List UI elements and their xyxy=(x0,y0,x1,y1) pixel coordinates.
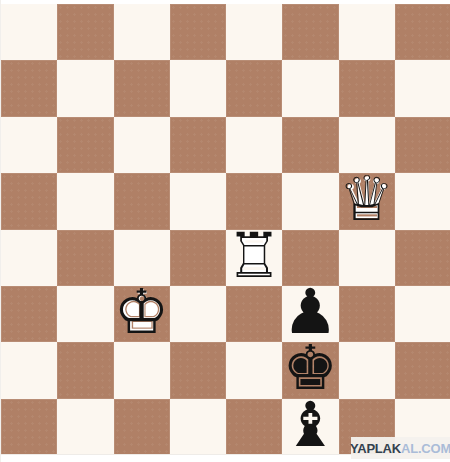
square-h3 xyxy=(395,286,450,342)
square-h6 xyxy=(395,117,450,173)
square-c1 xyxy=(114,399,170,455)
square-h7 xyxy=(395,60,450,116)
white-queen: ♛♕ xyxy=(339,173,395,229)
square-c6 xyxy=(114,117,170,173)
square-e1 xyxy=(226,399,282,455)
square-b2 xyxy=(57,342,113,398)
square-h8 xyxy=(395,4,450,60)
white-king: ♚♔ xyxy=(114,286,170,342)
square-c5 xyxy=(114,173,170,229)
square-g3 xyxy=(339,286,395,342)
square-g2 xyxy=(339,342,395,398)
square-a1 xyxy=(1,399,57,455)
watermark-text-light: AL.COM xyxy=(401,441,450,456)
square-e8 xyxy=(226,4,282,60)
square-c7 xyxy=(114,60,170,116)
square-e7 xyxy=(226,60,282,116)
square-c3: ♚♔ xyxy=(114,286,170,342)
square-e2 xyxy=(226,342,282,398)
square-c8 xyxy=(114,4,170,60)
square-b1 xyxy=(57,399,113,455)
square-d5 xyxy=(170,173,226,229)
square-f7 xyxy=(282,60,338,116)
square-g8 xyxy=(339,4,395,60)
square-f1: ♝ xyxy=(282,399,338,455)
square-a4 xyxy=(1,230,57,286)
chess-board: ♛♕♜♖♚♔♟♚♝ xyxy=(1,4,450,455)
square-b4 xyxy=(57,230,113,286)
square-b5 xyxy=(57,173,113,229)
square-b3 xyxy=(57,286,113,342)
square-g4 xyxy=(339,230,395,286)
chess-diagram: ♛♕♜♖♚♔♟♚♝ YAPLAKAL.COM xyxy=(0,0,450,462)
square-h5 xyxy=(395,173,450,229)
square-d6 xyxy=(170,117,226,173)
square-d1 xyxy=(170,399,226,455)
square-d3 xyxy=(170,286,226,342)
square-d7 xyxy=(170,60,226,116)
square-e6 xyxy=(226,117,282,173)
square-a8 xyxy=(1,4,57,60)
square-f8 xyxy=(282,4,338,60)
square-g5: ♛♕ xyxy=(339,173,395,229)
watermark-text-dark: YAPLAK xyxy=(350,441,401,456)
square-d8 xyxy=(170,4,226,60)
square-a5 xyxy=(1,173,57,229)
square-f5 xyxy=(282,173,338,229)
square-a7 xyxy=(1,60,57,116)
square-b6 xyxy=(57,117,113,173)
square-e3 xyxy=(226,286,282,342)
square-b7 xyxy=(57,60,113,116)
square-f6 xyxy=(282,117,338,173)
square-e4: ♜♖ xyxy=(226,230,282,286)
square-b8 xyxy=(57,4,113,60)
white-rook: ♜♖ xyxy=(226,230,282,286)
square-a2 xyxy=(1,342,57,398)
square-d2 xyxy=(170,342,226,398)
square-c2 xyxy=(114,342,170,398)
square-a6 xyxy=(1,117,57,173)
square-g7 xyxy=(339,60,395,116)
square-h2 xyxy=(395,342,450,398)
square-h4 xyxy=(395,230,450,286)
black-bishop: ♝ xyxy=(282,399,338,455)
square-d4 xyxy=(170,230,226,286)
watermark: YAPLAKAL.COM xyxy=(351,437,450,459)
square-a3 xyxy=(1,286,57,342)
